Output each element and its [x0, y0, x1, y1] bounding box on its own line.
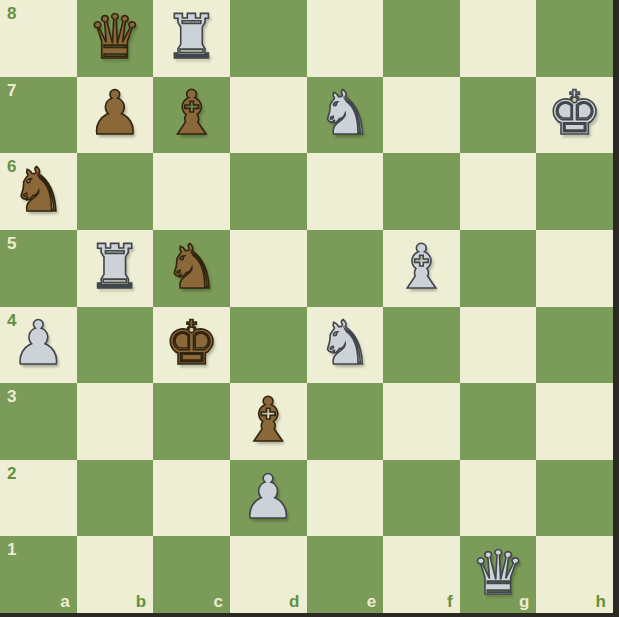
- piece-black-bishop-d3[interactable]: ♝: [241, 389, 296, 454]
- file-label-h: h: [596, 593, 606, 610]
- square-d2[interactable]: ♟: [230, 460, 307, 537]
- square-b1[interactable]: b: [77, 536, 154, 613]
- square-h7[interactable]: ♚: [536, 77, 613, 154]
- file-label-e: e: [367, 593, 376, 610]
- piece-black-knight-c5[interactable]: ♞: [164, 236, 219, 301]
- square-g5[interactable]: [460, 230, 537, 307]
- square-h2[interactable]: [536, 460, 613, 537]
- file-label-b: b: [136, 593, 146, 610]
- square-f8[interactable]: [383, 0, 460, 77]
- square-d5[interactable]: [230, 230, 307, 307]
- square-c1[interactable]: c: [153, 536, 230, 613]
- square-a7[interactable]: 7: [0, 77, 77, 154]
- piece-white-pawn-a4[interactable]: ♟: [11, 312, 66, 377]
- square-f2[interactable]: [383, 460, 460, 537]
- square-a4[interactable]: 4♟: [0, 307, 77, 384]
- square-h8[interactable]: [536, 0, 613, 77]
- square-g7[interactable]: [460, 77, 537, 154]
- square-g8[interactable]: [460, 0, 537, 77]
- square-f6[interactable]: [383, 153, 460, 230]
- square-h6[interactable]: [536, 153, 613, 230]
- square-c6[interactable]: [153, 153, 230, 230]
- square-d1[interactable]: d: [230, 536, 307, 613]
- square-h3[interactable]: [536, 383, 613, 460]
- file-label-c: c: [213, 593, 222, 610]
- file-label-f: f: [447, 593, 453, 610]
- piece-white-knight-e4[interactable]: ♞: [317, 312, 372, 377]
- chess-board: 8♛♜7♟♝♞♚6♞5♜♞♝4♟♚♞3♝2♟1abcdefg♛h: [0, 0, 613, 613]
- piece-black-knight-a6[interactable]: ♞: [11, 159, 66, 224]
- piece-black-pawn-b7[interactable]: ♟: [88, 82, 143, 147]
- square-e3[interactable]: [307, 383, 384, 460]
- piece-black-queen-b8[interactable]: ♛: [88, 6, 143, 71]
- square-a3[interactable]: 3: [0, 383, 77, 460]
- square-b4[interactable]: [77, 307, 154, 384]
- rank-label-7: 7: [7, 82, 16, 99]
- square-b7[interactable]: ♟: [77, 77, 154, 154]
- square-e6[interactable]: [307, 153, 384, 230]
- square-b6[interactable]: [77, 153, 154, 230]
- piece-white-queen-g1[interactable]: ♛: [471, 542, 526, 607]
- square-d3[interactable]: ♝: [230, 383, 307, 460]
- square-c8[interactable]: ♜: [153, 0, 230, 77]
- square-g6[interactable]: [460, 153, 537, 230]
- square-b2[interactable]: [77, 460, 154, 537]
- square-b5[interactable]: ♜: [77, 230, 154, 307]
- file-label-a: a: [60, 593, 69, 610]
- square-h1[interactable]: h: [536, 536, 613, 613]
- square-c4[interactable]: ♚: [153, 307, 230, 384]
- piece-white-rook-b5[interactable]: ♜: [88, 236, 143, 301]
- square-c2[interactable]: [153, 460, 230, 537]
- square-d7[interactable]: [230, 77, 307, 154]
- square-b8[interactable]: ♛: [77, 0, 154, 77]
- square-d6[interactable]: [230, 153, 307, 230]
- square-f7[interactable]: [383, 77, 460, 154]
- square-g3[interactable]: [460, 383, 537, 460]
- square-c5[interactable]: ♞: [153, 230, 230, 307]
- square-e7[interactable]: ♞: [307, 77, 384, 154]
- square-g1[interactable]: g♛: [460, 536, 537, 613]
- rank-label-3: 3: [7, 388, 16, 405]
- piece-white-bishop-f5[interactable]: ♝: [394, 236, 449, 301]
- square-a6[interactable]: 6♞: [0, 153, 77, 230]
- square-e5[interactable]: [307, 230, 384, 307]
- square-e4[interactable]: ♞: [307, 307, 384, 384]
- square-g2[interactable]: [460, 460, 537, 537]
- board-frame: 8♛♜7♟♝♞♚6♞5♜♞♝4♟♚♞3♝2♟1abcdefg♛h: [0, 0, 619, 617]
- square-d8[interactable]: [230, 0, 307, 77]
- square-h4[interactable]: [536, 307, 613, 384]
- square-e8[interactable]: [307, 0, 384, 77]
- piece-black-bishop-c7[interactable]: ♝: [164, 82, 219, 147]
- square-d4[interactable]: [230, 307, 307, 384]
- piece-white-rook-c8[interactable]: ♜: [164, 6, 219, 71]
- piece-white-knight-e7[interactable]: ♞: [317, 82, 372, 147]
- square-e2[interactable]: [307, 460, 384, 537]
- square-c7[interactable]: ♝: [153, 77, 230, 154]
- square-c3[interactable]: [153, 383, 230, 460]
- square-f3[interactable]: [383, 383, 460, 460]
- rank-label-1: 1: [7, 541, 16, 558]
- square-a8[interactable]: 8: [0, 0, 77, 77]
- rank-label-8: 8: [7, 5, 16, 22]
- square-e1[interactable]: e: [307, 536, 384, 613]
- rank-label-5: 5: [7, 235, 16, 252]
- rank-label-2: 2: [7, 465, 16, 482]
- square-a2[interactable]: 2: [0, 460, 77, 537]
- piece-white-pawn-d2[interactable]: ♟: [241, 466, 296, 531]
- square-g4[interactable]: [460, 307, 537, 384]
- piece-black-king-c4[interactable]: ♚: [164, 312, 219, 377]
- square-a5[interactable]: 5: [0, 230, 77, 307]
- square-b3[interactable]: [77, 383, 154, 460]
- square-a1[interactable]: 1a: [0, 536, 77, 613]
- square-f5[interactable]: ♝: [383, 230, 460, 307]
- file-label-d: d: [289, 593, 299, 610]
- piece-white-king-h7[interactable]: ♚: [547, 82, 602, 147]
- square-f4[interactable]: [383, 307, 460, 384]
- square-f1[interactable]: f: [383, 536, 460, 613]
- square-h5[interactable]: [536, 230, 613, 307]
